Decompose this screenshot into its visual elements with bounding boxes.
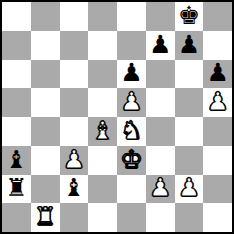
piece-black-pawn[interactable]: ♟︎ — [149, 32, 171, 57]
square-e8[interactable] — [117, 2, 146, 31]
square-d2[interactable] — [88, 175, 117, 204]
square-f3[interactable] — [146, 146, 175, 175]
square-e1[interactable] — [117, 203, 146, 232]
piece-black-pawn[interactable]: ♟︎ — [206, 60, 228, 85]
square-h8[interactable] — [203, 2, 232, 31]
piece-white-rook[interactable]: ♜ — [34, 204, 56, 229]
piece-white-king[interactable]: ♚ — [120, 147, 142, 172]
square-b2[interactable] — [31, 175, 60, 204]
square-b3[interactable] — [31, 146, 60, 175]
square-g4[interactable] — [175, 117, 204, 146]
square-d8[interactable] — [88, 2, 117, 31]
square-f5[interactable] — [146, 88, 175, 117]
square-a6[interactable] — [2, 60, 31, 89]
square-g1[interactable] — [175, 203, 204, 232]
square-h2[interactable] — [203, 175, 232, 204]
square-a4[interactable] — [2, 117, 31, 146]
square-e6[interactable]: ♟︎ — [117, 60, 146, 89]
square-b1[interactable]: ♜ — [31, 203, 60, 232]
piece-black-pawn[interactable]: ♟︎ — [178, 32, 200, 57]
piece-white-pawn[interactable]: ♟︎ — [63, 147, 85, 172]
square-c8[interactable] — [60, 2, 89, 31]
square-h4[interactable] — [203, 117, 232, 146]
square-g7[interactable]: ♟︎ — [175, 31, 204, 60]
square-d6[interactable] — [88, 60, 117, 89]
square-c1[interactable] — [60, 203, 89, 232]
square-g5[interactable] — [175, 88, 204, 117]
square-f8[interactable] — [146, 2, 175, 31]
square-c3[interactable]: ♟︎ — [60, 146, 89, 175]
square-f1[interactable] — [146, 203, 175, 232]
square-b6[interactable] — [31, 60, 60, 89]
square-d4[interactable]: ♝ — [88, 117, 117, 146]
square-c2[interactable]: ♝ — [60, 175, 89, 204]
square-d3[interactable] — [88, 146, 117, 175]
square-f7[interactable]: ♟︎ — [146, 31, 175, 60]
piece-black-bishop[interactable]: ♝ — [5, 147, 27, 172]
piece-black-bishop[interactable]: ♝ — [63, 175, 85, 200]
square-h7[interactable] — [203, 31, 232, 60]
square-g3[interactable] — [175, 146, 204, 175]
square-b4[interactable] — [31, 117, 60, 146]
piece-white-knight[interactable]: ♞ — [120, 118, 142, 143]
square-f2[interactable]: ♟︎ — [146, 175, 175, 204]
square-a8[interactable] — [2, 2, 31, 31]
piece-white-pawn[interactable]: ♟︎ — [120, 89, 142, 114]
square-a3[interactable]: ♝ — [2, 146, 31, 175]
square-g8[interactable]: ♚ — [175, 2, 204, 31]
square-b5[interactable] — [31, 88, 60, 117]
square-d1[interactable] — [88, 203, 117, 232]
piece-white-bishop[interactable]: ♝ — [91, 118, 113, 143]
square-d7[interactable] — [88, 31, 117, 60]
square-h3[interactable] — [203, 146, 232, 175]
piece-black-king[interactable]: ♚ — [178, 3, 200, 28]
square-a7[interactable] — [2, 31, 31, 60]
square-e3[interactable]: ♚ — [117, 146, 146, 175]
square-f6[interactable] — [146, 60, 175, 89]
piece-white-pawn[interactable]: ♟︎ — [178, 175, 200, 200]
piece-black-rook[interactable]: ♜ — [5, 175, 27, 200]
square-a5[interactable] — [2, 88, 31, 117]
square-e4[interactable]: ♞ — [117, 117, 146, 146]
square-c7[interactable] — [60, 31, 89, 60]
square-e7[interactable] — [117, 31, 146, 60]
square-h5[interactable]: ♟︎ — [203, 88, 232, 117]
piece-white-pawn[interactable]: ♟︎ — [206, 89, 228, 114]
square-d5[interactable] — [88, 88, 117, 117]
square-b8[interactable] — [31, 2, 60, 31]
square-c4[interactable] — [60, 117, 89, 146]
square-h6[interactable]: ♟︎ — [203, 60, 232, 89]
square-e5[interactable]: ♟︎ — [117, 88, 146, 117]
square-c5[interactable] — [60, 88, 89, 117]
square-b7[interactable] — [31, 31, 60, 60]
square-a2[interactable]: ♜ — [2, 175, 31, 204]
square-h1[interactable] — [203, 203, 232, 232]
square-a1[interactable] — [2, 203, 31, 232]
square-e2[interactable] — [117, 175, 146, 204]
square-f4[interactable] — [146, 117, 175, 146]
square-c6[interactable] — [60, 60, 89, 89]
piece-white-pawn[interactable]: ♟︎ — [149, 175, 171, 200]
chessboard: ♚♟︎♟︎♟︎♟︎♟︎♟︎♝♞♝♟︎♚♜♝♟︎♟︎♜ — [0, 0, 234, 234]
piece-black-pawn[interactable]: ♟︎ — [120, 60, 142, 85]
square-g2[interactable]: ♟︎ — [175, 175, 204, 204]
square-g6[interactable] — [175, 60, 204, 89]
